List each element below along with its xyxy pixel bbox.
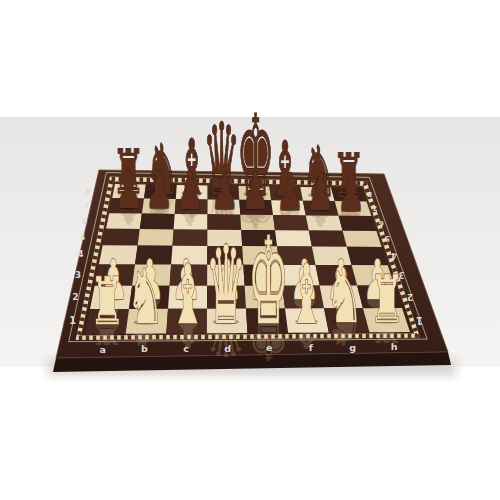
piece-white-knight-b1[interactable]: ♞♞	[127, 254, 164, 353]
piece-glyph: ♚	[248, 212, 289, 351]
rank-label-left-8: 8	[86, 188, 91, 196]
piece-black-pawn-g7[interactable]: ♟♟	[306, 162, 334, 231]
piece-glyph: ♟	[145, 160, 173, 220]
piece-white-rook-a1[interactable]: ♜♜	[90, 263, 126, 350]
piece-white-queen-d1[interactable]: ♛♛	[205, 223, 246, 366]
rank-label-left-6: 6	[82, 217, 87, 226]
square-g5[interactable]	[309, 231, 347, 247]
piece-white-bishop-c1[interactable]: ♝♝	[170, 247, 206, 356]
piece-glyph: ♜	[90, 263, 126, 339]
piece-white-bishop-f1[interactable]: ♝♝	[289, 246, 325, 355]
rank-label-right-7: 7	[373, 204, 378, 212]
chessboard: abcdefgh1122334455667788♜♜♞♞♝♝♛♛♚♚♝♝♞♞♜♜…	[0, 0, 500, 500]
piece-white-king-e1[interactable]: ♚♚	[248, 212, 289, 371]
rank-label-left-7: 7	[84, 202, 89, 210]
square-b5[interactable]	[138, 229, 174, 246]
piece-black-pawn-c7[interactable]: ♟♟	[175, 160, 203, 229]
rank-label-right-1: 1	[416, 315, 423, 326]
rank-label-right-8: 8	[367, 190, 372, 198]
piece-glyph: ♛	[205, 223, 246, 349]
rank-label-right-6: 6	[379, 219, 384, 228]
piece-glyph: ♜	[369, 262, 405, 338]
piece-black-pawn-a7[interactable]: ♟♟	[114, 160, 142, 229]
piece-white-rook-h1[interactable]: ♜♜	[369, 262, 405, 349]
piece-glyph: ♟	[175, 160, 203, 220]
rank-label-right-5: 5	[385, 234, 390, 243]
square-h5[interactable]	[343, 231, 382, 247]
piece-glyph: ♟	[337, 162, 365, 222]
piece-glyph: ♟	[114, 160, 142, 220]
rank-label-left-5: 5	[80, 233, 85, 242]
rank-label-left-2: 2	[72, 292, 78, 302]
piece-glyph: ♟	[306, 162, 334, 222]
piece-glyph: ♟	[210, 161, 238, 221]
piece-glyph: ♞	[127, 254, 164, 341]
piece-glyph: ♝	[289, 246, 325, 341]
rank-label-right-2: 2	[407, 292, 413, 302]
square-a5[interactable]	[103, 229, 140, 246]
piece-black-pawn-h7[interactable]: ♟♟	[337, 162, 365, 231]
piece-white-knight-g1[interactable]: ♞♞	[326, 253, 363, 352]
rank-label-left-4: 4	[78, 249, 84, 259]
piece-glyph: ♞	[326, 253, 363, 340]
piece-black-pawn-d7[interactable]: ♟♟	[210, 161, 238, 230]
product-photo-scene: abcdefgh1122334455667788♜♜♞♞♝♝♛♛♚♚♝♝♞♞♜♜…	[0, 0, 500, 500]
piece-glyph: ♝	[170, 247, 206, 342]
piece-black-pawn-b7[interactable]: ♟♟	[145, 160, 173, 229]
rank-label-left-1: 1	[69, 315, 76, 326]
rank-label-left-3: 3	[75, 270, 81, 280]
